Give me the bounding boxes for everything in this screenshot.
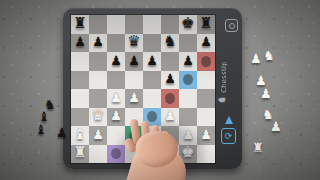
square-e6[interactable]: ♟ [143, 52, 161, 71]
square-f7[interactable]: ♞ [161, 34, 179, 53]
square-g6[interactable]: ♟ [179, 52, 197, 71]
square-f8[interactable] [161, 15, 179, 34]
captured-white-pawn: ♟ [250, 52, 262, 65]
square-a8[interactable]: ♜ [71, 15, 89, 34]
square-g4[interactable] [179, 89, 197, 108]
black-king-g8[interactable]: ♚ [181, 16, 194, 31]
square-h3[interactable] [197, 108, 215, 127]
square-a3[interactable] [71, 108, 89, 127]
square-d4[interactable]: ♟ [125, 89, 143, 108]
black-pawn-c6[interactable]: ♟ [110, 54, 122, 67]
white-rook-a1[interactable]: ♜ [73, 145, 86, 160]
led-dot-e3 [147, 111, 157, 122]
square-f4[interactable] [161, 89, 179, 108]
square-a6[interactable] [71, 52, 89, 71]
indicator-triangle-icon [225, 116, 233, 124]
power-button-icon[interactable] [225, 19, 238, 32]
square-e7[interactable] [143, 34, 161, 53]
white-pawn-h2[interactable]: ♟ [200, 128, 212, 141]
black-pawn-d6[interactable]: ♟ [128, 54, 140, 67]
captured-black-bishop: ♝ [35, 123, 47, 136]
square-h7[interactable]: ♟ [197, 34, 215, 53]
square-b2[interactable]: ♟ [89, 126, 107, 145]
square-e4[interactable] [143, 89, 161, 108]
square-g3[interactable] [179, 108, 197, 127]
brand-label: ChessUp [212, 56, 236, 98]
led-dot-h6 [201, 56, 211, 67]
white-pawn-c3[interactable]: ♟ [110, 109, 122, 122]
black-rook-a8[interactable]: ♜ [73, 16, 86, 31]
captured-white-pawn: ♟ [270, 120, 282, 133]
black-queen-d7[interactable]: ♛ [127, 34, 140, 49]
led-dot-g5 [183, 74, 193, 85]
square-d8[interactable] [125, 15, 143, 34]
chessup-board-photo: ♞♝♝♟♟♞♟♟♞♟♜ ♜♚♜♟♟♛♞♟♟♟♟♟♟♟♟♛♟♟♝♟♟♟♜♚ Che… [0, 0, 320, 180]
square-d7[interactable]: ♛ [125, 34, 143, 53]
square-c3[interactable]: ♟ [107, 108, 125, 127]
square-g7[interactable] [179, 34, 197, 53]
square-e5[interactable] [143, 71, 161, 90]
square-c5[interactable] [107, 71, 125, 90]
square-b3[interactable]: ♛ [89, 108, 107, 127]
black-pawn-h7[interactable]: ♟ [200, 35, 212, 48]
black-rook-h8[interactable]: ♜ [199, 16, 212, 31]
captured-black-pawn: ♟ [56, 126, 68, 139]
black-pawn-a7[interactable]: ♟ [74, 35, 86, 48]
square-c8[interactable] [107, 15, 125, 34]
square-b1[interactable] [89, 145, 107, 164]
square-g8[interactable]: ♚ [179, 15, 197, 34]
white-pawn-f3[interactable]: ♟ [164, 109, 176, 122]
square-d6[interactable]: ♟ [125, 52, 143, 71]
captured-white-rook: ♜ [252, 141, 264, 154]
square-a1[interactable]: ♜ [71, 145, 89, 164]
square-b7[interactable]: ♟ [89, 34, 107, 53]
square-h8[interactable]: ♜ [197, 15, 215, 34]
square-a5[interactable] [71, 71, 89, 90]
square-b4[interactable] [89, 89, 107, 108]
square-b8[interactable] [89, 15, 107, 34]
square-b5[interactable] [89, 71, 107, 90]
square-b6[interactable] [89, 52, 107, 71]
sync-button-icon[interactable]: ⟳ [221, 128, 236, 144]
square-a7[interactable]: ♟ [71, 34, 89, 53]
square-c4[interactable]: ♟ [107, 89, 125, 108]
white-pawn-c4[interactable]: ♟ [110, 91, 122, 104]
black-pawn-f5[interactable]: ♟ [164, 72, 176, 85]
led-dot-f4 [165, 93, 175, 104]
black-pawn-b7[interactable]: ♟ [92, 35, 104, 48]
black-pawn-e6[interactable]: ♟ [146, 54, 158, 67]
white-queen-b3[interactable]: ♛ [91, 108, 104, 123]
square-d5[interactable] [125, 71, 143, 90]
square-g5[interactable] [179, 71, 197, 90]
white-pawn-b2[interactable]: ♟ [92, 128, 104, 141]
captured-white-knight: ♞ [263, 49, 275, 62]
square-f5[interactable]: ♟ [161, 71, 179, 90]
square-f6[interactable] [161, 52, 179, 71]
white-bishop-a2[interactable]: ♝ [73, 127, 86, 142]
square-c7[interactable] [107, 34, 125, 53]
square-a2[interactable]: ♝ [71, 126, 89, 145]
square-e8[interactable] [143, 15, 161, 34]
captured-white-pawn: ♟ [260, 87, 272, 100]
black-knight-f7[interactable]: ♞ [163, 34, 176, 49]
square-c6[interactable]: ♟ [107, 52, 125, 71]
black-pawn-g6[interactable]: ♟ [182, 54, 194, 67]
white-pawn-d4[interactable]: ♟ [128, 91, 140, 104]
square-a4[interactable] [71, 89, 89, 108]
